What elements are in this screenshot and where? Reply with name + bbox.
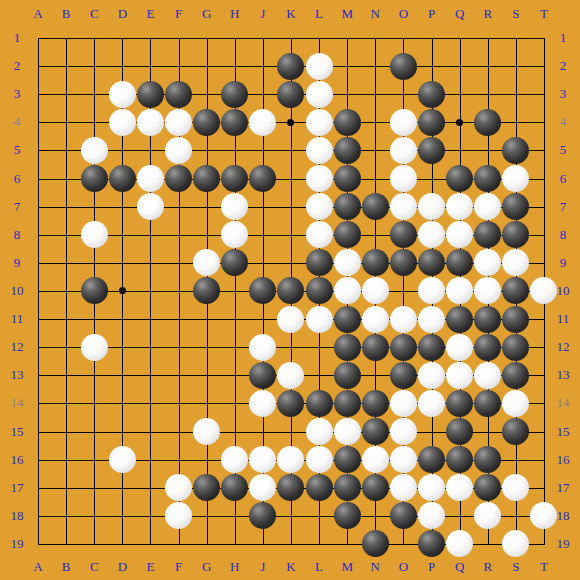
intersection-M2[interactable]: [333, 52, 361, 80]
intersection-A9[interactable]: [24, 249, 52, 277]
intersection-F9[interactable]: [164, 249, 192, 277]
intersection-L4[interactable]: [305, 108, 333, 136]
intersection-G15[interactable]: [193, 417, 221, 445]
intersection-N10[interactable]: [361, 277, 389, 305]
intersection-M4[interactable]: [333, 108, 361, 136]
intersection-E16[interactable]: [136, 446, 164, 474]
intersection-A3[interactable]: [24, 80, 52, 108]
intersection-C5[interactable]: [80, 136, 108, 164]
intersection-H5[interactable]: [221, 136, 249, 164]
intersection-P4[interactable]: [417, 108, 445, 136]
intersection-B2[interactable]: [52, 52, 80, 80]
intersection-R13[interactable]: [474, 361, 502, 389]
intersection-R12[interactable]: [474, 333, 502, 361]
intersection-E8[interactable]: [136, 221, 164, 249]
intersection-E17[interactable]: [136, 474, 164, 502]
intersection-R6[interactable]: [474, 164, 502, 192]
intersection-P18[interactable]: [417, 502, 445, 530]
intersection-J5[interactable]: [249, 136, 277, 164]
intersection-P6[interactable]: [417, 164, 445, 192]
intersection-B14[interactable]: [52, 389, 80, 417]
intersection-T9[interactable]: [530, 249, 558, 277]
intersection-P7[interactable]: [417, 193, 445, 221]
intersection-R14[interactable]: [474, 389, 502, 417]
intersection-G11[interactable]: [193, 305, 221, 333]
intersection-G9[interactable]: [193, 249, 221, 277]
intersection-L19[interactable]: [305, 530, 333, 558]
intersection-K2[interactable]: [277, 52, 305, 80]
intersection-H11[interactable]: [221, 305, 249, 333]
intersection-T10[interactable]: [530, 277, 558, 305]
intersection-F18[interactable]: [164, 502, 192, 530]
intersection-B1[interactable]: [52, 24, 80, 52]
intersection-T15[interactable]: [530, 417, 558, 445]
intersection-H4[interactable]: [221, 108, 249, 136]
intersection-N5[interactable]: [361, 136, 389, 164]
intersection-G2[interactable]: [193, 52, 221, 80]
intersection-S12[interactable]: [502, 333, 530, 361]
intersection-S14[interactable]: [502, 389, 530, 417]
intersection-F14[interactable]: [164, 389, 192, 417]
intersection-N14[interactable]: [361, 389, 389, 417]
intersection-O13[interactable]: [389, 361, 417, 389]
intersection-C13[interactable]: [80, 361, 108, 389]
intersection-N13[interactable]: [361, 361, 389, 389]
intersection-R15[interactable]: [474, 417, 502, 445]
intersection-J8[interactable]: [249, 221, 277, 249]
intersection-T2[interactable]: [530, 52, 558, 80]
intersection-E5[interactable]: [136, 136, 164, 164]
intersection-M9[interactable]: [333, 249, 361, 277]
intersection-B11[interactable]: [52, 305, 80, 333]
intersection-J4[interactable]: [249, 108, 277, 136]
intersection-Q7[interactable]: [446, 193, 474, 221]
intersection-C14[interactable]: [80, 389, 108, 417]
intersection-J7[interactable]: [249, 193, 277, 221]
intersection-K13[interactable]: [277, 361, 305, 389]
intersection-D12[interactable]: [108, 333, 136, 361]
intersection-G17[interactable]: [193, 474, 221, 502]
intersection-M5[interactable]: [333, 136, 361, 164]
intersection-L15[interactable]: [305, 417, 333, 445]
intersection-A19[interactable]: [24, 530, 52, 558]
intersection-E4[interactable]: [136, 108, 164, 136]
intersection-L6[interactable]: [305, 164, 333, 192]
intersection-L1[interactable]: [305, 24, 333, 52]
intersection-G14[interactable]: [193, 389, 221, 417]
intersection-N12[interactable]: [361, 333, 389, 361]
intersection-K8[interactable]: [277, 221, 305, 249]
intersection-J19[interactable]: [249, 530, 277, 558]
intersection-Q2[interactable]: [446, 52, 474, 80]
intersection-Q3[interactable]: [446, 80, 474, 108]
intersection-D11[interactable]: [108, 305, 136, 333]
intersection-A13[interactable]: [24, 361, 52, 389]
intersection-G8[interactable]: [193, 221, 221, 249]
intersection-C12[interactable]: [80, 333, 108, 361]
intersection-Q9[interactable]: [446, 249, 474, 277]
intersection-P2[interactable]: [417, 52, 445, 80]
intersection-C17[interactable]: [80, 474, 108, 502]
intersection-D5[interactable]: [108, 136, 136, 164]
intersection-E15[interactable]: [136, 417, 164, 445]
intersection-E1[interactable]: [136, 24, 164, 52]
intersection-O4[interactable]: [389, 108, 417, 136]
intersection-D4[interactable]: [108, 108, 136, 136]
intersection-Q6[interactable]: [446, 164, 474, 192]
intersection-K12[interactable]: [277, 333, 305, 361]
intersection-O11[interactable]: [389, 305, 417, 333]
intersection-G4[interactable]: [193, 108, 221, 136]
intersection-A7[interactable]: [24, 193, 52, 221]
intersection-K19[interactable]: [277, 530, 305, 558]
intersection-H9[interactable]: [221, 249, 249, 277]
intersection-H12[interactable]: [221, 333, 249, 361]
intersection-D17[interactable]: [108, 474, 136, 502]
intersection-C9[interactable]: [80, 249, 108, 277]
intersection-K10[interactable]: [277, 277, 305, 305]
intersection-C8[interactable]: [80, 221, 108, 249]
intersection-S17[interactable]: [502, 474, 530, 502]
intersection-P12[interactable]: [417, 333, 445, 361]
intersection-D13[interactable]: [108, 361, 136, 389]
intersection-E14[interactable]: [136, 389, 164, 417]
intersection-L14[interactable]: [305, 389, 333, 417]
intersection-S9[interactable]: [502, 249, 530, 277]
intersection-P14[interactable]: [417, 389, 445, 417]
intersection-L7[interactable]: [305, 193, 333, 221]
intersection-J18[interactable]: [249, 502, 277, 530]
intersection-P17[interactable]: [417, 474, 445, 502]
intersection-C11[interactable]: [80, 305, 108, 333]
intersection-A2[interactable]: [24, 52, 52, 80]
intersection-M15[interactable]: [333, 417, 361, 445]
intersection-A12[interactable]: [24, 333, 52, 361]
intersection-C6[interactable]: [80, 164, 108, 192]
intersection-K7[interactable]: [277, 193, 305, 221]
intersection-B9[interactable]: [52, 249, 80, 277]
intersection-J13[interactable]: [249, 361, 277, 389]
intersection-N2[interactable]: [361, 52, 389, 80]
intersection-O12[interactable]: [389, 333, 417, 361]
intersection-L2[interactable]: [305, 52, 333, 80]
intersection-O14[interactable]: [389, 389, 417, 417]
intersection-N4[interactable]: [361, 108, 389, 136]
intersection-F10[interactable]: [164, 277, 192, 305]
intersection-M17[interactable]: [333, 474, 361, 502]
intersection-E12[interactable]: [136, 333, 164, 361]
intersection-T12[interactable]: [530, 333, 558, 361]
intersection-E6[interactable]: [136, 164, 164, 192]
intersection-B19[interactable]: [52, 530, 80, 558]
intersection-Q15[interactable]: [446, 417, 474, 445]
intersection-H14[interactable]: [221, 389, 249, 417]
intersection-C4[interactable]: [80, 108, 108, 136]
intersection-T19[interactable]: [530, 530, 558, 558]
intersection-C19[interactable]: [80, 530, 108, 558]
intersection-J15[interactable]: [249, 417, 277, 445]
intersection-J12[interactable]: [249, 333, 277, 361]
intersection-N16[interactable]: [361, 446, 389, 474]
intersection-G16[interactable]: [193, 446, 221, 474]
intersection-P9[interactable]: [417, 249, 445, 277]
intersection-K6[interactable]: [277, 164, 305, 192]
intersection-Q13[interactable]: [446, 361, 474, 389]
intersection-E7[interactable]: [136, 193, 164, 221]
intersection-G10[interactable]: [193, 277, 221, 305]
intersection-A4[interactable]: [24, 108, 52, 136]
intersection-S16[interactable]: [502, 446, 530, 474]
intersection-G18[interactable]: [193, 502, 221, 530]
intersection-R4[interactable]: [474, 108, 502, 136]
intersection-P10[interactable]: [417, 277, 445, 305]
intersection-J17[interactable]: [249, 474, 277, 502]
intersection-D15[interactable]: [108, 417, 136, 445]
intersection-A16[interactable]: [24, 446, 52, 474]
intersection-F19[interactable]: [164, 530, 192, 558]
intersection-J9[interactable]: [249, 249, 277, 277]
intersection-L12[interactable]: [305, 333, 333, 361]
intersection-F15[interactable]: [164, 417, 192, 445]
intersection-G5[interactable]: [193, 136, 221, 164]
intersection-K4[interactable]: [277, 108, 305, 136]
intersection-N9[interactable]: [361, 249, 389, 277]
intersection-L13[interactable]: [305, 361, 333, 389]
intersection-C10[interactable]: [80, 277, 108, 305]
intersection-K18[interactable]: [277, 502, 305, 530]
intersection-J10[interactable]: [249, 277, 277, 305]
intersection-B5[interactable]: [52, 136, 80, 164]
intersection-M12[interactable]: [333, 333, 361, 361]
intersection-L16[interactable]: [305, 446, 333, 474]
intersection-R2[interactable]: [474, 52, 502, 80]
intersection-F4[interactable]: [164, 108, 192, 136]
intersection-P15[interactable]: [417, 417, 445, 445]
intersection-D16[interactable]: [108, 446, 136, 474]
intersection-M6[interactable]: [333, 164, 361, 192]
intersection-E9[interactable]: [136, 249, 164, 277]
intersection-S18[interactable]: [502, 502, 530, 530]
intersection-M18[interactable]: [333, 502, 361, 530]
intersection-M16[interactable]: [333, 446, 361, 474]
intersection-H15[interactable]: [221, 417, 249, 445]
intersection-C2[interactable]: [80, 52, 108, 80]
intersection-J11[interactable]: [249, 305, 277, 333]
intersection-D2[interactable]: [108, 52, 136, 80]
intersection-S15[interactable]: [502, 417, 530, 445]
intersection-S7[interactable]: [502, 193, 530, 221]
intersection-H18[interactable]: [221, 502, 249, 530]
intersection-F5[interactable]: [164, 136, 192, 164]
intersection-A8[interactable]: [24, 221, 52, 249]
intersection-A14[interactable]: [24, 389, 52, 417]
intersection-G13[interactable]: [193, 361, 221, 389]
intersection-B15[interactable]: [52, 417, 80, 445]
intersection-P3[interactable]: [417, 80, 445, 108]
intersection-J3[interactable]: [249, 80, 277, 108]
intersection-H3[interactable]: [221, 80, 249, 108]
intersection-R3[interactable]: [474, 80, 502, 108]
intersection-Q4[interactable]: [446, 108, 474, 136]
intersection-M7[interactable]: [333, 193, 361, 221]
intersection-F16[interactable]: [164, 446, 192, 474]
intersection-T13[interactable]: [530, 361, 558, 389]
intersection-L5[interactable]: [305, 136, 333, 164]
intersection-O18[interactable]: [389, 502, 417, 530]
intersection-O2[interactable]: [389, 52, 417, 80]
intersection-S4[interactable]: [502, 108, 530, 136]
intersection-F3[interactable]: [164, 80, 192, 108]
intersection-T16[interactable]: [530, 446, 558, 474]
intersection-N7[interactable]: [361, 193, 389, 221]
intersection-N17[interactable]: [361, 474, 389, 502]
intersection-R8[interactable]: [474, 221, 502, 249]
intersection-R17[interactable]: [474, 474, 502, 502]
intersection-Q17[interactable]: [446, 474, 474, 502]
intersection-A18[interactable]: [24, 502, 52, 530]
intersection-Q10[interactable]: [446, 277, 474, 305]
intersection-S6[interactable]: [502, 164, 530, 192]
intersection-F6[interactable]: [164, 164, 192, 192]
intersection-S5[interactable]: [502, 136, 530, 164]
intersection-H17[interactable]: [221, 474, 249, 502]
intersection-B7[interactable]: [52, 193, 80, 221]
intersection-L11[interactable]: [305, 305, 333, 333]
intersection-N8[interactable]: [361, 221, 389, 249]
intersection-H2[interactable]: [221, 52, 249, 80]
intersection-K11[interactable]: [277, 305, 305, 333]
intersection-L17[interactable]: [305, 474, 333, 502]
intersection-Q5[interactable]: [446, 136, 474, 164]
intersection-K9[interactable]: [277, 249, 305, 277]
intersection-F12[interactable]: [164, 333, 192, 361]
intersection-R11[interactable]: [474, 305, 502, 333]
intersection-N11[interactable]: [361, 305, 389, 333]
intersection-T1[interactable]: [530, 24, 558, 52]
intersection-K1[interactable]: [277, 24, 305, 52]
intersection-G12[interactable]: [193, 333, 221, 361]
intersection-F11[interactable]: [164, 305, 192, 333]
intersection-L10[interactable]: [305, 277, 333, 305]
intersection-G3[interactable]: [193, 80, 221, 108]
intersection-M11[interactable]: [333, 305, 361, 333]
intersection-F8[interactable]: [164, 221, 192, 249]
intersection-K14[interactable]: [277, 389, 305, 417]
intersection-P5[interactable]: [417, 136, 445, 164]
intersection-R7[interactable]: [474, 193, 502, 221]
intersection-L8[interactable]: [305, 221, 333, 249]
intersection-L3[interactable]: [305, 80, 333, 108]
intersection-T6[interactable]: [530, 164, 558, 192]
intersection-O10[interactable]: [389, 277, 417, 305]
intersection-Q16[interactable]: [446, 446, 474, 474]
intersection-B18[interactable]: [52, 502, 80, 530]
intersection-S11[interactable]: [502, 305, 530, 333]
intersection-H16[interactable]: [221, 446, 249, 474]
intersection-D18[interactable]: [108, 502, 136, 530]
intersection-J2[interactable]: [249, 52, 277, 80]
intersection-H7[interactable]: [221, 193, 249, 221]
intersection-O6[interactable]: [389, 164, 417, 192]
intersection-K3[interactable]: [277, 80, 305, 108]
intersection-H1[interactable]: [221, 24, 249, 52]
intersection-R10[interactable]: [474, 277, 502, 305]
intersection-A6[interactable]: [24, 164, 52, 192]
intersection-O7[interactable]: [389, 193, 417, 221]
intersection-S2[interactable]: [502, 52, 530, 80]
intersection-R5[interactable]: [474, 136, 502, 164]
intersection-B16[interactable]: [52, 446, 80, 474]
intersection-D6[interactable]: [108, 164, 136, 192]
intersection-G7[interactable]: [193, 193, 221, 221]
intersection-E11[interactable]: [136, 305, 164, 333]
intersection-O1[interactable]: [389, 24, 417, 52]
intersection-S13[interactable]: [502, 361, 530, 389]
intersection-E18[interactable]: [136, 502, 164, 530]
intersection-B17[interactable]: [52, 474, 80, 502]
intersection-R1[interactable]: [474, 24, 502, 52]
intersection-C3[interactable]: [80, 80, 108, 108]
intersection-T17[interactable]: [530, 474, 558, 502]
intersection-N15[interactable]: [361, 417, 389, 445]
intersection-O9[interactable]: [389, 249, 417, 277]
intersection-N1[interactable]: [361, 24, 389, 52]
intersection-P13[interactable]: [417, 361, 445, 389]
intersection-F13[interactable]: [164, 361, 192, 389]
intersection-T18[interactable]: [530, 502, 558, 530]
intersection-S19[interactable]: [502, 530, 530, 558]
intersection-D19[interactable]: [108, 530, 136, 558]
intersection-P11[interactable]: [417, 305, 445, 333]
intersection-N18[interactable]: [361, 502, 389, 530]
intersection-Q12[interactable]: [446, 333, 474, 361]
intersection-B8[interactable]: [52, 221, 80, 249]
intersection-Q19[interactable]: [446, 530, 474, 558]
intersection-O3[interactable]: [389, 80, 417, 108]
intersection-M10[interactable]: [333, 277, 361, 305]
intersection-O16[interactable]: [389, 446, 417, 474]
intersection-M14[interactable]: [333, 389, 361, 417]
intersection-R19[interactable]: [474, 530, 502, 558]
intersection-R9[interactable]: [474, 249, 502, 277]
intersection-A10[interactable]: [24, 277, 52, 305]
intersection-Q18[interactable]: [446, 502, 474, 530]
intersection-M1[interactable]: [333, 24, 361, 52]
intersection-B4[interactable]: [52, 108, 80, 136]
intersection-Q14[interactable]: [446, 389, 474, 417]
intersection-B10[interactable]: [52, 277, 80, 305]
intersection-A5[interactable]: [24, 136, 52, 164]
intersection-O5[interactable]: [389, 136, 417, 164]
intersection-K17[interactable]: [277, 474, 305, 502]
intersection-S3[interactable]: [502, 80, 530, 108]
intersection-N6[interactable]: [361, 164, 389, 192]
intersection-K16[interactable]: [277, 446, 305, 474]
intersection-O15[interactable]: [389, 417, 417, 445]
intersection-A11[interactable]: [24, 305, 52, 333]
intersection-D10[interactable]: [108, 277, 136, 305]
intersection-C18[interactable]: [80, 502, 108, 530]
intersection-K5[interactable]: [277, 136, 305, 164]
intersection-K15[interactable]: [277, 417, 305, 445]
intersection-M8[interactable]: [333, 221, 361, 249]
intersection-O17[interactable]: [389, 474, 417, 502]
intersection-H13[interactable]: [221, 361, 249, 389]
intersection-R16[interactable]: [474, 446, 502, 474]
intersection-D14[interactable]: [108, 389, 136, 417]
intersection-D1[interactable]: [108, 24, 136, 52]
intersection-N3[interactable]: [361, 80, 389, 108]
